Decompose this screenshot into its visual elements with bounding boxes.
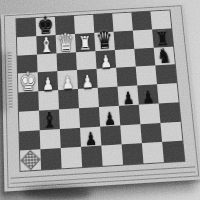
square-g7[interactable] — [133, 29, 154, 48]
square-b1[interactable] — [40, 148, 61, 169]
square-g1[interactable] — [142, 142, 164, 163]
square-g8[interactable] — [131, 12, 152, 31]
square-f5[interactable] — [116, 67, 137, 87]
photo-scene: ♚♝♛♜♛♜♟♞♚♟♟♟♟♟♝♟♟ — [0, 0, 200, 200]
square-c3[interactable] — [59, 108, 80, 129]
white-pawn-e6[interactable]: ♟ — [96, 53, 117, 71]
square-a8[interactable] — [16, 18, 36, 37]
square-a7[interactable] — [17, 36, 37, 55]
black-pawn-g4[interactable]: ♟ — [138, 88, 159, 107]
white-pawn-c5[interactable]: ♟ — [57, 74, 78, 92]
square-h2[interactable] — [160, 121, 182, 142]
white-rook-d7[interactable]: ♜ — [75, 33, 96, 53]
black-pawn-f4[interactable]: ♟ — [118, 89, 139, 108]
square-f2[interactable] — [120, 124, 142, 145]
square-a2[interactable] — [19, 130, 40, 151]
square-f7[interactable] — [114, 30, 135, 49]
square-d3[interactable] — [79, 107, 100, 128]
square-h1[interactable] — [162, 141, 184, 162]
corner-logo-ornament — [20, 150, 40, 170]
square-a1[interactable] — [20, 150, 41, 171]
white-pawn-d5[interactable]: ♟ — [77, 72, 98, 90]
square-e4[interactable] — [98, 87, 119, 107]
board-left-edge-shadow — [0, 52, 6, 112]
square-f1[interactable] — [122, 143, 144, 164]
square-f6[interactable] — [115, 48, 136, 68]
square-g5[interactable] — [136, 66, 157, 86]
square-c1[interactable] — [61, 147, 82, 168]
white-pawn-b5[interactable]: ♟ — [38, 75, 58, 93]
white-bishop-b7[interactable]: ♝ — [36, 34, 56, 56]
square-h3[interactable] — [159, 102, 181, 122]
square-e1[interactable] — [101, 145, 123, 166]
black-pawn-e3[interactable]: ♟ — [99, 109, 120, 128]
black-pawn-d2[interactable]: ♟ — [80, 130, 101, 149]
square-g6[interactable] — [134, 47, 155, 66]
black-bishop-b3[interactable]: ♝ — [39, 109, 60, 132]
board-cast-shadow — [22, 186, 92, 200]
white-king-a5[interactable]: ♚ — [18, 68, 39, 94]
playing-area: ♚♝♛♜♛♜♟♞♚♟♟♟♟♟♝♟♟ — [15, 9, 185, 171]
square-f8[interactable] — [112, 13, 133, 32]
board-edge-print — [8, 52, 13, 109]
square-h4[interactable] — [157, 83, 179, 103]
square-g2[interactable] — [140, 123, 162, 144]
square-c2[interactable] — [60, 127, 81, 148]
black-queen-e7[interactable]: ♛ — [94, 27, 115, 52]
square-a3[interactable] — [19, 110, 40, 131]
white-queen-c7[interactable]: ♛ — [55, 29, 76, 54]
chess-board: ♚♝♛♜♛♜♟♞♚♟♟♟♟♟♝♟♟ — [1, 4, 200, 191]
black-knight-h6[interactable]: ♞ — [154, 46, 175, 68]
